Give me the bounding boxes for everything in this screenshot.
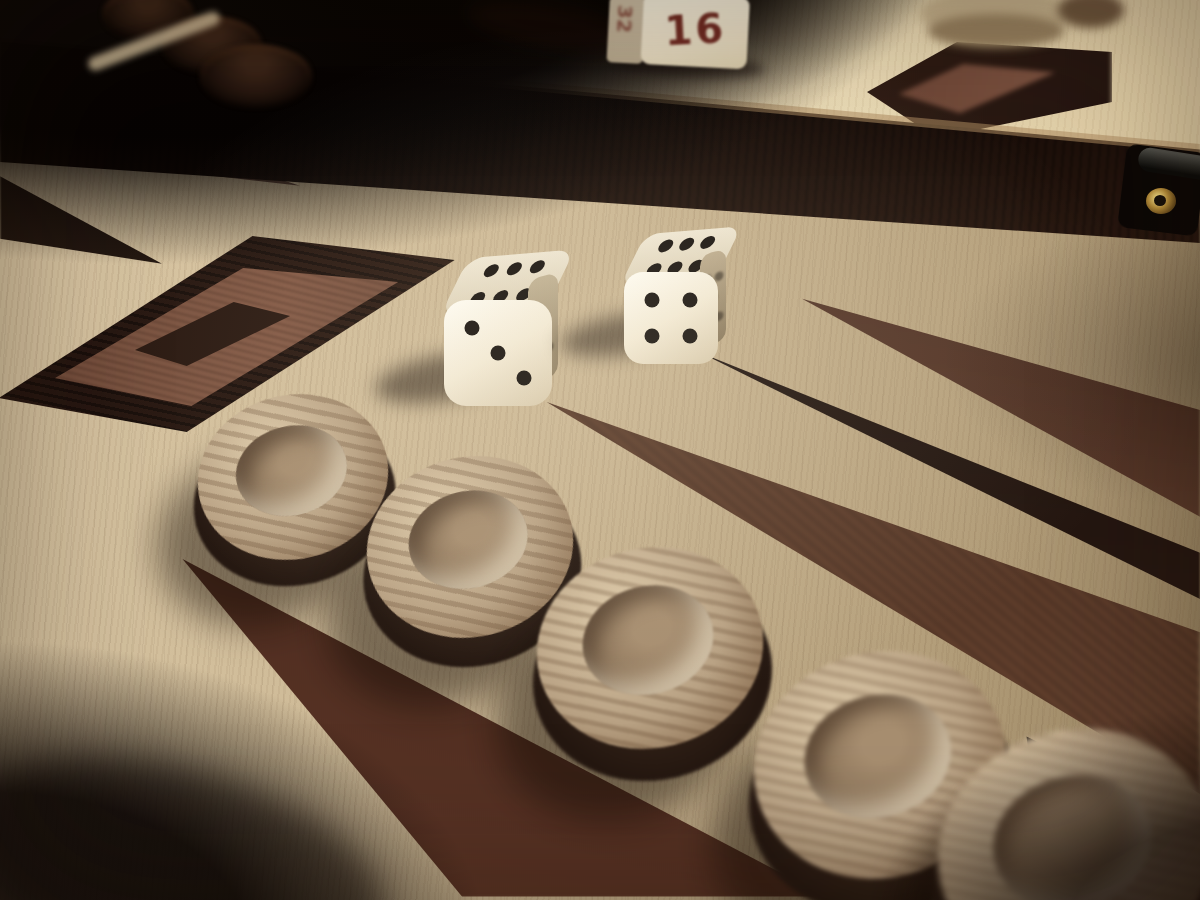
die-pip bbox=[714, 270, 723, 282]
center-diamond-inlay-core bbox=[0, 234, 464, 434]
doubling-cube-value: 16 bbox=[641, 0, 751, 67]
die-pip bbox=[645, 329, 660, 344]
die-pip bbox=[516, 371, 531, 386]
die-pip bbox=[481, 264, 501, 278]
hinge-ring-hole bbox=[1154, 195, 1166, 206]
die-pip bbox=[491, 346, 506, 361]
hinge-brass-ring bbox=[1146, 188, 1176, 214]
die-pip bbox=[656, 238, 676, 252]
die-left[interactable] bbox=[424, 250, 574, 410]
die-pip bbox=[698, 235, 718, 249]
die-pip bbox=[677, 237, 697, 251]
center-diamond-inlay bbox=[0, 234, 464, 434]
doubling-cube[interactable]: 32 16 bbox=[604, 0, 760, 82]
die-pip bbox=[465, 320, 480, 335]
far-diamond-inlay-inner bbox=[892, 58, 1062, 118]
doubling-cube-front-face: 16 bbox=[640, 0, 750, 69]
dark-checker[interactable] bbox=[200, 44, 312, 108]
die-pip bbox=[682, 292, 697, 307]
die-left-front-face bbox=[444, 300, 552, 406]
die-pip bbox=[528, 260, 548, 274]
die-right-front-face bbox=[624, 272, 718, 364]
point-far-edge-black-2[interactable] bbox=[0, 168, 162, 272]
die-pip bbox=[645, 292, 660, 307]
die-pip bbox=[504, 262, 524, 276]
die-right[interactable] bbox=[606, 230, 746, 370]
doubling-cube-side-value: 32 bbox=[612, 4, 638, 41]
die-pip bbox=[682, 329, 697, 344]
far-checker-stack-lower bbox=[928, 14, 1064, 48]
backgammon-board-photo: 32 16 bbox=[0, 0, 1200, 900]
